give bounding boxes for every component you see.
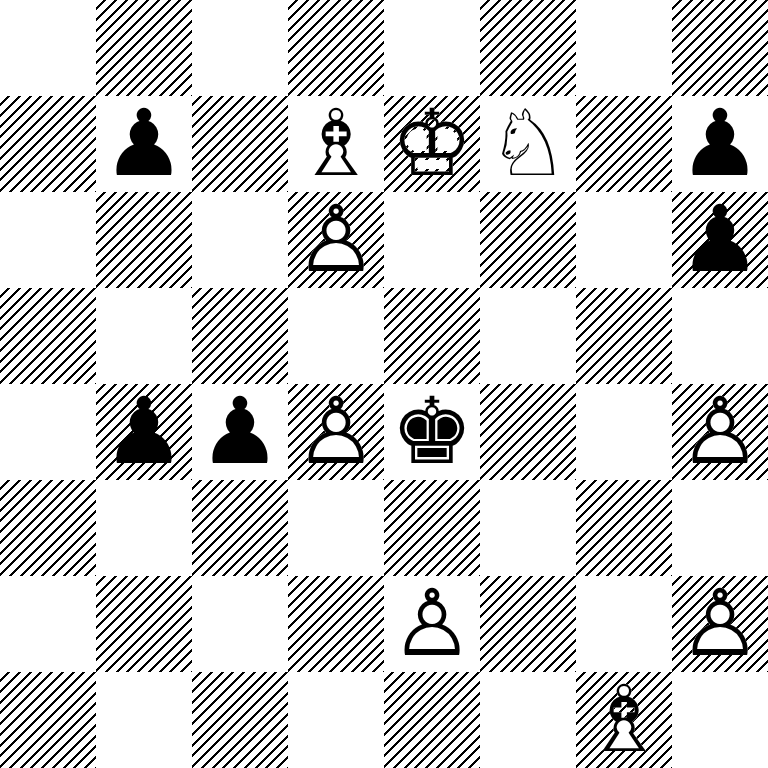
black-pawn[interactable]: ♟ (192, 384, 288, 480)
square-b1[interactable] (96, 672, 192, 768)
white-pawn[interactable]: ♟♙ (384, 576, 480, 672)
square-b3[interactable] (96, 480, 192, 576)
square-a3[interactable] (0, 480, 96, 576)
white-pawn-icon: ♙ (679, 386, 761, 478)
square-b5[interactable] (96, 288, 192, 384)
black-pawn-icon: ♟ (679, 194, 761, 286)
square-b2[interactable] (96, 576, 192, 672)
black-pawn[interactable]: ♟ (96, 384, 192, 480)
square-h5[interactable] (672, 288, 768, 384)
square-h3[interactable] (672, 480, 768, 576)
square-g1[interactable]: ♝♗ (576, 672, 672, 768)
square-c3[interactable] (192, 480, 288, 576)
white-pawn-icon: ♙ (679, 578, 761, 670)
square-c1[interactable] (192, 672, 288, 768)
white-knight[interactable]: ♞♘ (480, 96, 576, 192)
square-f8[interactable] (480, 0, 576, 96)
square-h2[interactable]: ♟♙ (672, 576, 768, 672)
square-e5[interactable] (384, 288, 480, 384)
square-g6[interactable] (576, 192, 672, 288)
square-f7[interactable]: ♞♘ (480, 96, 576, 192)
square-e7[interactable]: ♚♔ (384, 96, 480, 192)
white-pawn[interactable]: ♟♙ (672, 576, 768, 672)
square-h1[interactable] (672, 672, 768, 768)
white-bishop[interactable]: ♝♗ (576, 672, 672, 768)
black-pawn-icon: ♟ (679, 98, 761, 190)
square-a4[interactable] (0, 384, 96, 480)
white-pawn-icon: ♙ (295, 194, 377, 286)
square-f6[interactable] (480, 192, 576, 288)
square-a5[interactable] (0, 288, 96, 384)
white-pawn-icon: ♙ (391, 578, 473, 670)
white-pawn[interactable]: ♟♙ (288, 192, 384, 288)
square-c5[interactable] (192, 288, 288, 384)
white-pawn[interactable]: ♟♙ (288, 384, 384, 480)
square-b7[interactable]: ♟ (96, 96, 192, 192)
square-h6[interactable]: ♟ (672, 192, 768, 288)
white-king-icon: ♔ (391, 98, 473, 190)
square-d2[interactable] (288, 576, 384, 672)
black-pawn-icon: ♟ (103, 386, 185, 478)
white-bishop-icon: ♗ (295, 98, 377, 190)
square-h8[interactable] (672, 0, 768, 96)
white-pawn-icon: ♙ (295, 386, 377, 478)
black-pawn[interactable]: ♟ (672, 192, 768, 288)
square-g8[interactable] (576, 0, 672, 96)
square-f3[interactable] (480, 480, 576, 576)
square-d6[interactable]: ♟♙ (288, 192, 384, 288)
black-king-icon: ♚ (391, 386, 473, 478)
chess-board: ♟♝♗♚♔♞♘♟♟♙♟♟♟♟♙♚♟♙♟♙♟♙♝♗ (0, 0, 768, 768)
square-a2[interactable] (0, 576, 96, 672)
square-d7[interactable]: ♝♗ (288, 96, 384, 192)
square-a8[interactable] (0, 0, 96, 96)
square-h4[interactable]: ♟♙ (672, 384, 768, 480)
square-f2[interactable] (480, 576, 576, 672)
black-pawn[interactable]: ♟ (96, 96, 192, 192)
square-a1[interactable] (0, 672, 96, 768)
square-e8[interactable] (384, 0, 480, 96)
square-e3[interactable] (384, 480, 480, 576)
white-bishop[interactable]: ♝♗ (288, 96, 384, 192)
white-pawn[interactable]: ♟♙ (672, 384, 768, 480)
square-b8[interactable] (96, 0, 192, 96)
square-e6[interactable] (384, 192, 480, 288)
square-e2[interactable]: ♟♙ (384, 576, 480, 672)
square-g7[interactable] (576, 96, 672, 192)
square-f1[interactable] (480, 672, 576, 768)
black-pawn-icon: ♟ (199, 386, 281, 478)
square-f5[interactable] (480, 288, 576, 384)
white-knight-icon: ♘ (487, 98, 569, 190)
square-e1[interactable] (384, 672, 480, 768)
square-c6[interactable] (192, 192, 288, 288)
square-c7[interactable] (192, 96, 288, 192)
square-g4[interactable] (576, 384, 672, 480)
square-d8[interactable] (288, 0, 384, 96)
black-pawn[interactable]: ♟ (672, 96, 768, 192)
square-g3[interactable] (576, 480, 672, 576)
black-king[interactable]: ♚ (384, 384, 480, 480)
square-a7[interactable] (0, 96, 96, 192)
white-bishop-icon: ♗ (583, 674, 665, 766)
square-c8[interactable] (192, 0, 288, 96)
square-h7[interactable]: ♟ (672, 96, 768, 192)
square-e4[interactable]: ♚ (384, 384, 480, 480)
square-d4[interactable]: ♟♙ (288, 384, 384, 480)
square-d5[interactable] (288, 288, 384, 384)
square-g5[interactable] (576, 288, 672, 384)
square-d3[interactable] (288, 480, 384, 576)
square-a6[interactable] (0, 192, 96, 288)
black-pawn-icon: ♟ (103, 98, 185, 190)
square-c4[interactable]: ♟ (192, 384, 288, 480)
square-f4[interactable] (480, 384, 576, 480)
square-b6[interactable] (96, 192, 192, 288)
square-g2[interactable] (576, 576, 672, 672)
square-d1[interactable] (288, 672, 384, 768)
square-c2[interactable] (192, 576, 288, 672)
white-king[interactable]: ♚♔ (384, 96, 480, 192)
square-b4[interactable]: ♟ (96, 384, 192, 480)
